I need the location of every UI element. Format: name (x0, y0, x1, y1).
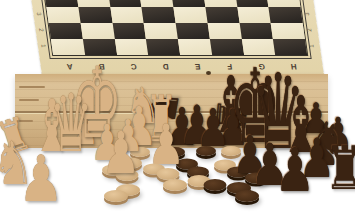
checker-disc-dark (204, 179, 227, 191)
square (207, 23, 241, 39)
square (203, 0, 237, 7)
checker-disc-light (104, 190, 128, 202)
square (205, 7, 239, 23)
checker-disc-light (163, 179, 187, 191)
square (266, 0, 300, 7)
square (237, 7, 271, 23)
square (76, 0, 110, 7)
file-label: D (149, 60, 183, 72)
rank-label: 2 (306, 28, 312, 31)
square (173, 7, 207, 23)
square (235, 0, 269, 7)
light-pawn: ♟ (18, 147, 64, 211)
square (269, 7, 303, 23)
checker-disc-dark (235, 190, 259, 202)
square (176, 23, 210, 39)
square (108, 0, 142, 7)
square (239, 23, 273, 39)
checker-disc-dark (196, 146, 216, 156)
rank-label: 3 (36, 12, 42, 15)
square (110, 7, 144, 23)
square (139, 0, 173, 7)
square (144, 23, 178, 39)
square (112, 23, 146, 39)
square (178, 39, 212, 55)
square (49, 23, 83, 39)
rank-label: 1 (40, 44, 46, 47)
rank-label: 3 (304, 12, 310, 15)
dark-pawn: ♟ (275, 140, 315, 200)
square (78, 7, 112, 23)
square (171, 0, 205, 7)
square (146, 39, 180, 55)
square (142, 7, 176, 23)
rank-label: 2 (38, 28, 44, 31)
dark-rook: ♜ (325, 138, 355, 198)
square (44, 0, 78, 7)
chess-set-photo: ABCDEFGH 1234 1234 ♞♜♟♝♛♟♚♟♟♟♟♞♜♟♞♜♟♟♟♟♝… (0, 0, 355, 212)
square (80, 23, 114, 39)
square (46, 7, 80, 23)
square (271, 23, 305, 39)
rank-label: 1 (308, 44, 314, 47)
light-pawn: ♟ (102, 124, 141, 182)
